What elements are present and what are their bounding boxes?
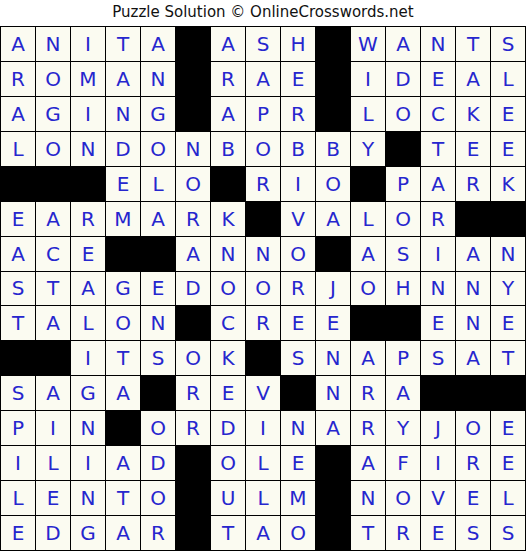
cell-letter: E xyxy=(502,453,515,473)
cell-letter: E xyxy=(502,313,515,333)
cell-letter: J xyxy=(330,278,336,298)
grid-cell-r13c3: I xyxy=(71,446,105,480)
grid-cell-r13c13: I xyxy=(421,446,455,480)
cell-letter: A xyxy=(256,523,270,543)
block-cell-r12c4 xyxy=(106,411,140,445)
grid-cell-r2c14: A xyxy=(456,62,490,96)
block-cell-r7c10 xyxy=(316,237,350,271)
block-cell-r1c10 xyxy=(316,27,350,61)
cell-letter: S xyxy=(257,34,270,54)
cell-letter: R xyxy=(256,174,270,194)
block-cell-r2c10 xyxy=(316,62,350,96)
grid-cell-r11c2: A xyxy=(36,376,70,410)
cell-letter: I xyxy=(365,69,371,89)
grid-cell-r10c12: P xyxy=(386,341,420,375)
block-cell-r3c10 xyxy=(316,97,350,131)
page-title: Puzzle Solution © OnlineCrosswords.net xyxy=(0,0,526,26)
grid-cell-r14c15: L xyxy=(491,481,525,515)
grid-cell-r11c8: V xyxy=(246,376,280,410)
grid-cell-r1c4: T xyxy=(106,27,140,61)
grid-cell-r11c10: N xyxy=(316,376,350,410)
cell-letter: R xyxy=(81,209,95,229)
cell-letter: L xyxy=(47,453,58,473)
cell-letter: O xyxy=(360,278,376,298)
cell-letter: O xyxy=(255,139,271,159)
cell-letter: N xyxy=(501,244,516,264)
grid-cell-r8c15: Y xyxy=(491,272,525,306)
grid-cell-r2c12: D xyxy=(386,62,420,96)
cell-letter: A xyxy=(11,34,25,54)
cell-letter: N xyxy=(221,244,236,264)
cell-letter: E xyxy=(82,244,95,264)
grid-cell-r7c7: N xyxy=(211,237,245,271)
cell-letter: S xyxy=(432,348,445,368)
cell-letter: J xyxy=(435,418,441,438)
grid-cell-r12c3: N xyxy=(71,411,105,445)
grid-cell-r8c6: D xyxy=(176,272,210,306)
grid-cell-r5c5: L xyxy=(141,167,175,201)
grid-cell-r4c6: N xyxy=(176,132,210,166)
grid-cell-r13c9: E xyxy=(281,446,315,480)
grid-cell-r12c9: N xyxy=(281,411,315,445)
grid-cell-r6c4: M xyxy=(106,202,140,236)
grid-cell-r15c9: O xyxy=(281,516,315,550)
cell-letter: O xyxy=(465,418,481,438)
block-cell-r2c6 xyxy=(176,62,210,96)
cell-letter: V xyxy=(291,209,305,229)
grid-cell-r14c5: O xyxy=(141,481,175,515)
grid-cell-r6c9: V xyxy=(281,202,315,236)
grid-cell-r12c12: Y xyxy=(386,411,420,445)
grid-cell-r4c8: O xyxy=(246,132,280,166)
grid-cell-r14c9: M xyxy=(281,481,315,515)
grid-cell-r12c5: O xyxy=(141,411,175,445)
grid-cell-r7c3: E xyxy=(71,237,105,271)
cell-letter: A xyxy=(11,244,25,264)
block-cell-r11c5 xyxy=(141,376,175,410)
cell-letter: U xyxy=(221,488,236,508)
grid-cell-r4c13: T xyxy=(421,132,455,166)
cell-letter: E xyxy=(467,139,480,159)
grid-cell-r3c2: G xyxy=(36,97,70,131)
grid-cell-r9c10: E xyxy=(316,306,350,340)
cell-letter: A xyxy=(11,104,25,124)
cell-letter: N xyxy=(361,488,376,508)
cell-letter: G xyxy=(150,104,166,124)
grid-cell-r3c13: C xyxy=(421,97,455,131)
block-cell-r5c3 xyxy=(71,167,105,201)
block-cell-r5c2 xyxy=(36,167,70,201)
cell-letter: P xyxy=(397,348,409,368)
grid-cell-r10c13: S xyxy=(421,341,455,375)
grid-cell-r4c7: B xyxy=(211,132,245,166)
cell-letter: L xyxy=(12,139,23,159)
grid-cell-r10c11: A xyxy=(351,341,385,375)
cell-letter: I xyxy=(50,418,56,438)
cell-letter: A xyxy=(81,278,95,298)
cell-letter: S xyxy=(502,523,515,543)
cell-letter: G xyxy=(115,278,131,298)
cell-letter: O xyxy=(185,348,201,368)
cell-letter: I xyxy=(85,34,91,54)
grid-cell-r13c11: A xyxy=(351,446,385,480)
grid-cell-r1c5: A xyxy=(141,27,175,61)
cell-letter: R xyxy=(291,278,305,298)
cell-letter: E xyxy=(467,488,480,508)
cell-letter: T xyxy=(362,523,374,543)
cell-letter: E xyxy=(292,69,305,89)
grid-cell-r4c3: N xyxy=(71,132,105,166)
grid-cell-r4c11: Y xyxy=(351,132,385,166)
grid-cell-r5c4: E xyxy=(106,167,140,201)
cell-letter: A xyxy=(466,69,480,89)
grid-cell-r3c7: A xyxy=(211,97,245,131)
grid-cell-r1c2: N xyxy=(36,27,70,61)
cell-letter: R xyxy=(11,69,25,89)
cell-letter: N xyxy=(46,34,61,54)
block-cell-r5c7 xyxy=(211,167,245,201)
grid-cell-r3c5: G xyxy=(141,97,175,131)
grid-cell-r2c11: I xyxy=(351,62,385,96)
grid-cell-r9c9: E xyxy=(281,306,315,340)
cell-letter: N xyxy=(326,348,341,368)
grid-cell-r11c12: A xyxy=(386,376,420,410)
grid-cell-r1c11: W xyxy=(351,27,385,61)
block-cell-r9c6 xyxy=(176,306,210,340)
cell-letter: K xyxy=(501,174,514,194)
cell-letter: T xyxy=(12,313,24,333)
cell-letter: I xyxy=(435,244,441,264)
grid-cell-r11c1: S xyxy=(1,376,35,410)
grid-cell-r4c9: B xyxy=(281,132,315,166)
grid-cell-r14c1: L xyxy=(1,481,35,515)
cell-letter: E xyxy=(432,69,445,89)
cell-letter: N xyxy=(291,418,306,438)
grid-cell-r9c5: N xyxy=(141,306,175,340)
grid-cell-r15c13: E xyxy=(421,516,455,550)
grid-cell-r8c8: O xyxy=(246,272,280,306)
cell-letter: R xyxy=(221,69,235,89)
cell-letter: N xyxy=(256,244,271,264)
grid-cell-r9c8: R xyxy=(246,306,280,340)
cell-letter: A xyxy=(256,69,270,89)
grid-cell-r7c11: A xyxy=(351,237,385,271)
grid-cell-r5c9: I xyxy=(281,167,315,201)
grid-cell-r2c13: E xyxy=(421,62,455,96)
grid-cell-r12c2: I xyxy=(36,411,70,445)
grid-cell-r7c8: N xyxy=(246,237,280,271)
grid-cell-r8c13: N xyxy=(421,272,455,306)
cell-letter: O xyxy=(45,139,61,159)
cell-letter: I xyxy=(295,174,301,194)
block-cell-r15c6 xyxy=(176,516,210,550)
grid-cell-r12c14: O xyxy=(456,411,490,445)
cell-letter: R xyxy=(186,418,200,438)
grid-cell-r14c14: E xyxy=(456,481,490,515)
cell-letter: T xyxy=(117,488,129,508)
cell-letter: T xyxy=(47,278,59,298)
grid-cell-r3c3: I xyxy=(71,97,105,131)
grid-cell-r10c15: T xyxy=(491,341,525,375)
grid-cell-r9c4: O xyxy=(106,306,140,340)
grid-cell-r12c6: R xyxy=(176,411,210,445)
grid-cell-r8c1: S xyxy=(1,272,35,306)
grid-cell-r15c14: S xyxy=(456,516,490,550)
puzzle-solution-page: Puzzle Solution © OnlineCrosswords.net A… xyxy=(0,0,526,551)
grid-cell-r4c14: E xyxy=(456,132,490,166)
cell-letter: Y xyxy=(362,139,374,159)
grid-cell-r4c1: L xyxy=(1,132,35,166)
grid-cell-r14c3: N xyxy=(71,481,105,515)
cell-letter: A xyxy=(221,34,235,54)
cell-letter: O xyxy=(325,174,341,194)
cell-letter: I xyxy=(85,348,91,368)
crossword-grid: ANITAASHWANTSROMANRAEIDEALAGINGAPRLOCKEL… xyxy=(0,26,526,551)
block-cell-r11c9 xyxy=(281,376,315,410)
grid-cell-r14c12: O xyxy=(386,481,420,515)
block-cell-r9c11 xyxy=(351,306,385,340)
grid-cell-r7c2: C xyxy=(36,237,70,271)
cell-letter: E xyxy=(502,418,515,438)
cell-letter: A xyxy=(466,348,480,368)
grid-cell-r8c3: A xyxy=(71,272,105,306)
block-cell-r6c15 xyxy=(491,202,525,236)
grid-cell-r3c12: O xyxy=(386,97,420,131)
grid-cell-r3c8: P xyxy=(246,97,280,131)
cell-letter: N xyxy=(116,104,131,124)
cell-letter: M xyxy=(79,69,96,89)
grid-cell-r7c1: A xyxy=(1,237,35,271)
grid-cell-r9c13: E xyxy=(421,306,455,340)
block-cell-r9c12 xyxy=(386,306,420,340)
grid-cell-r13c1: I xyxy=(1,446,35,480)
cell-letter: N xyxy=(186,139,201,159)
cell-letter: K xyxy=(221,209,234,229)
grid-cell-r4c10: B xyxy=(316,132,350,166)
grid-cell-r5c10: O xyxy=(316,167,350,201)
grid-cell-r11c6: R xyxy=(176,376,210,410)
cell-letter: O xyxy=(150,488,166,508)
grid-cell-r2c7: R xyxy=(211,62,245,96)
grid-cell-r6c1: E xyxy=(1,202,35,236)
cell-letter: A xyxy=(221,104,235,124)
grid-cell-r2c8: A xyxy=(246,62,280,96)
cell-letter: I xyxy=(15,453,21,473)
cell-letter: E xyxy=(432,523,445,543)
grid-cell-r13c4: A xyxy=(106,446,140,480)
grid-cell-r8c10: J xyxy=(316,272,350,306)
grid-cell-r1c8: S xyxy=(246,27,280,61)
grid-cell-r5c13: A xyxy=(421,167,455,201)
grid-cell-r2c3: M xyxy=(71,62,105,96)
cell-letter: A xyxy=(326,418,340,438)
cell-letter: O xyxy=(115,313,131,333)
grid-cell-r7c14: A xyxy=(456,237,490,271)
cell-letter: W xyxy=(358,34,378,54)
cell-letter: E xyxy=(432,313,445,333)
grid-cell-r13c15: E xyxy=(491,446,525,480)
cell-letter: I xyxy=(85,453,91,473)
cell-letter: N xyxy=(151,69,166,89)
cell-letter: D xyxy=(115,139,130,159)
cell-letter: P xyxy=(12,418,24,438)
grid-cell-r15c3: G xyxy=(71,516,105,550)
cell-letter: A xyxy=(116,523,130,543)
cell-letter: O xyxy=(185,174,201,194)
cell-letter: F xyxy=(397,453,409,473)
cell-letter: S xyxy=(12,278,25,298)
grid-cell-r14c7: U xyxy=(211,481,245,515)
cell-letter: P xyxy=(397,174,409,194)
grid-cell-r2c1: R xyxy=(1,62,35,96)
grid-cell-r8c11: O xyxy=(351,272,385,306)
grid-cell-r4c4: D xyxy=(106,132,140,166)
grid-cell-r12c15: E xyxy=(491,411,525,445)
grid-cell-r3c1: A xyxy=(1,97,35,131)
block-cell-r14c6 xyxy=(176,481,210,515)
cell-letter: E xyxy=(47,488,60,508)
cell-letter: S xyxy=(292,348,305,368)
cell-letter: L xyxy=(502,69,513,89)
grid-cell-r13c12: F xyxy=(386,446,420,480)
cell-letter: R xyxy=(291,104,305,124)
cell-letter: N xyxy=(466,313,481,333)
grid-cell-r10c10: N xyxy=(316,341,350,375)
cell-letter: A xyxy=(46,313,60,333)
grid-cell-r13c7: O xyxy=(211,446,245,480)
grid-cell-r6c12: O xyxy=(386,202,420,236)
cell-letter: M xyxy=(289,488,306,508)
grid-cell-r8c4: G xyxy=(106,272,140,306)
grid-cell-r1c14: T xyxy=(456,27,490,61)
cell-letter: O xyxy=(150,418,166,438)
cell-letter: R xyxy=(431,209,445,229)
block-cell-r4c12 xyxy=(386,132,420,166)
cell-letter: O xyxy=(220,278,236,298)
grid-cell-r15c5: R xyxy=(141,516,175,550)
grid-cell-r14c4: T xyxy=(106,481,140,515)
cell-letter: R xyxy=(361,383,375,403)
cell-letter: O xyxy=(395,488,411,508)
cell-letter: O xyxy=(150,139,166,159)
grid-cell-r6c7: K xyxy=(211,202,245,236)
cell-letter: O xyxy=(220,453,236,473)
cell-letter: T xyxy=(502,348,514,368)
cell-letter: D xyxy=(220,418,235,438)
cell-letter: S xyxy=(397,244,410,264)
block-cell-r10c8 xyxy=(246,341,280,375)
cell-letter: Y xyxy=(397,418,409,438)
cell-letter: E xyxy=(12,209,25,229)
block-cell-r13c10 xyxy=(316,446,350,480)
cell-letter: E xyxy=(152,278,165,298)
cell-letter: Y xyxy=(502,278,514,298)
cell-letter: E xyxy=(12,523,25,543)
block-cell-r5c11 xyxy=(351,167,385,201)
grid-cell-r8c7: O xyxy=(211,272,245,306)
block-cell-r13c6 xyxy=(176,446,210,480)
cell-letter: A xyxy=(116,453,130,473)
cell-letter: V xyxy=(256,383,270,403)
grid-cell-r6c13: R xyxy=(421,202,455,236)
grid-cell-r6c11: L xyxy=(351,202,385,236)
cell-letter: K xyxy=(466,104,479,124)
cell-letter: T xyxy=(117,348,129,368)
grid-cell-r2c4: A xyxy=(106,62,140,96)
grid-cell-r9c2: A xyxy=(36,306,70,340)
block-cell-r7c4 xyxy=(106,237,140,271)
cell-letter: D xyxy=(150,453,165,473)
cell-letter: D xyxy=(185,278,200,298)
grid-cell-r6c2: A xyxy=(36,202,70,236)
cell-letter: N xyxy=(81,418,96,438)
cell-letter: D xyxy=(45,523,60,543)
cell-letter: R xyxy=(151,523,165,543)
block-cell-r10c2 xyxy=(36,341,70,375)
cell-letter: O xyxy=(290,523,306,543)
cell-letter: B xyxy=(221,139,235,159)
grid-cell-r8c14: N xyxy=(456,272,490,306)
grid-cell-r13c2: L xyxy=(36,446,70,480)
cell-letter: R xyxy=(186,383,200,403)
cell-letter: A xyxy=(466,244,480,264)
cell-letter: E xyxy=(117,174,130,194)
grid-cell-r3c14: K xyxy=(456,97,490,131)
grid-cell-r7c12: S xyxy=(386,237,420,271)
cell-letter: T xyxy=(117,34,129,54)
cell-letter: R xyxy=(361,418,375,438)
grid-cell-r15c11: T xyxy=(351,516,385,550)
grid-cell-r8c12: H xyxy=(386,272,420,306)
grid-cell-r5c8: R xyxy=(246,167,280,201)
grid-cell-r4c5: O xyxy=(141,132,175,166)
grid-cell-r7c6: A xyxy=(176,237,210,271)
grid-cell-r1c12: A xyxy=(386,27,420,61)
cell-letter: K xyxy=(221,348,234,368)
cell-letter: R xyxy=(256,313,270,333)
cell-letter: N xyxy=(431,278,446,298)
grid-cell-r9c14: N xyxy=(456,306,490,340)
grid-cell-r8c9: R xyxy=(281,272,315,306)
grid-cell-r1c13: N xyxy=(421,27,455,61)
grid-cell-r7c9: O xyxy=(281,237,315,271)
cell-letter: N xyxy=(151,313,166,333)
cell-letter: P xyxy=(257,104,269,124)
cell-letter: E xyxy=(502,104,515,124)
cell-letter: A xyxy=(46,209,60,229)
cell-letter: L xyxy=(12,488,23,508)
grid-cell-r6c3: R xyxy=(71,202,105,236)
cell-letter: I xyxy=(435,453,441,473)
grid-cell-r10c6: O xyxy=(176,341,210,375)
cell-letter: R xyxy=(466,174,480,194)
block-cell-r3c6 xyxy=(176,97,210,131)
cell-letter: S xyxy=(12,383,25,403)
cell-letter: C xyxy=(431,104,445,124)
cell-letter: A xyxy=(396,383,410,403)
grid-cell-r11c7: E xyxy=(211,376,245,410)
grid-cell-r14c8: L xyxy=(246,481,280,515)
block-cell-r10c1 xyxy=(1,341,35,375)
cell-letter: E xyxy=(327,313,340,333)
grid-cell-r9c7: C xyxy=(211,306,245,340)
cell-letter: E xyxy=(292,313,305,333)
cell-letter: B xyxy=(326,139,340,159)
cell-letter: L xyxy=(257,488,268,508)
grid-cell-r10c14: A xyxy=(456,341,490,375)
cell-letter: I xyxy=(260,418,266,438)
cell-letter: T xyxy=(222,523,234,543)
